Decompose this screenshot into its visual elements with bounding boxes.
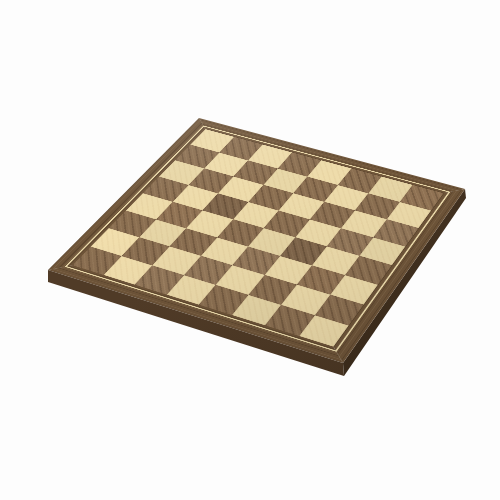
playing-field — [72, 129, 443, 347]
chess-board — [48, 118, 465, 363]
product-photo — [0, 0, 500, 500]
